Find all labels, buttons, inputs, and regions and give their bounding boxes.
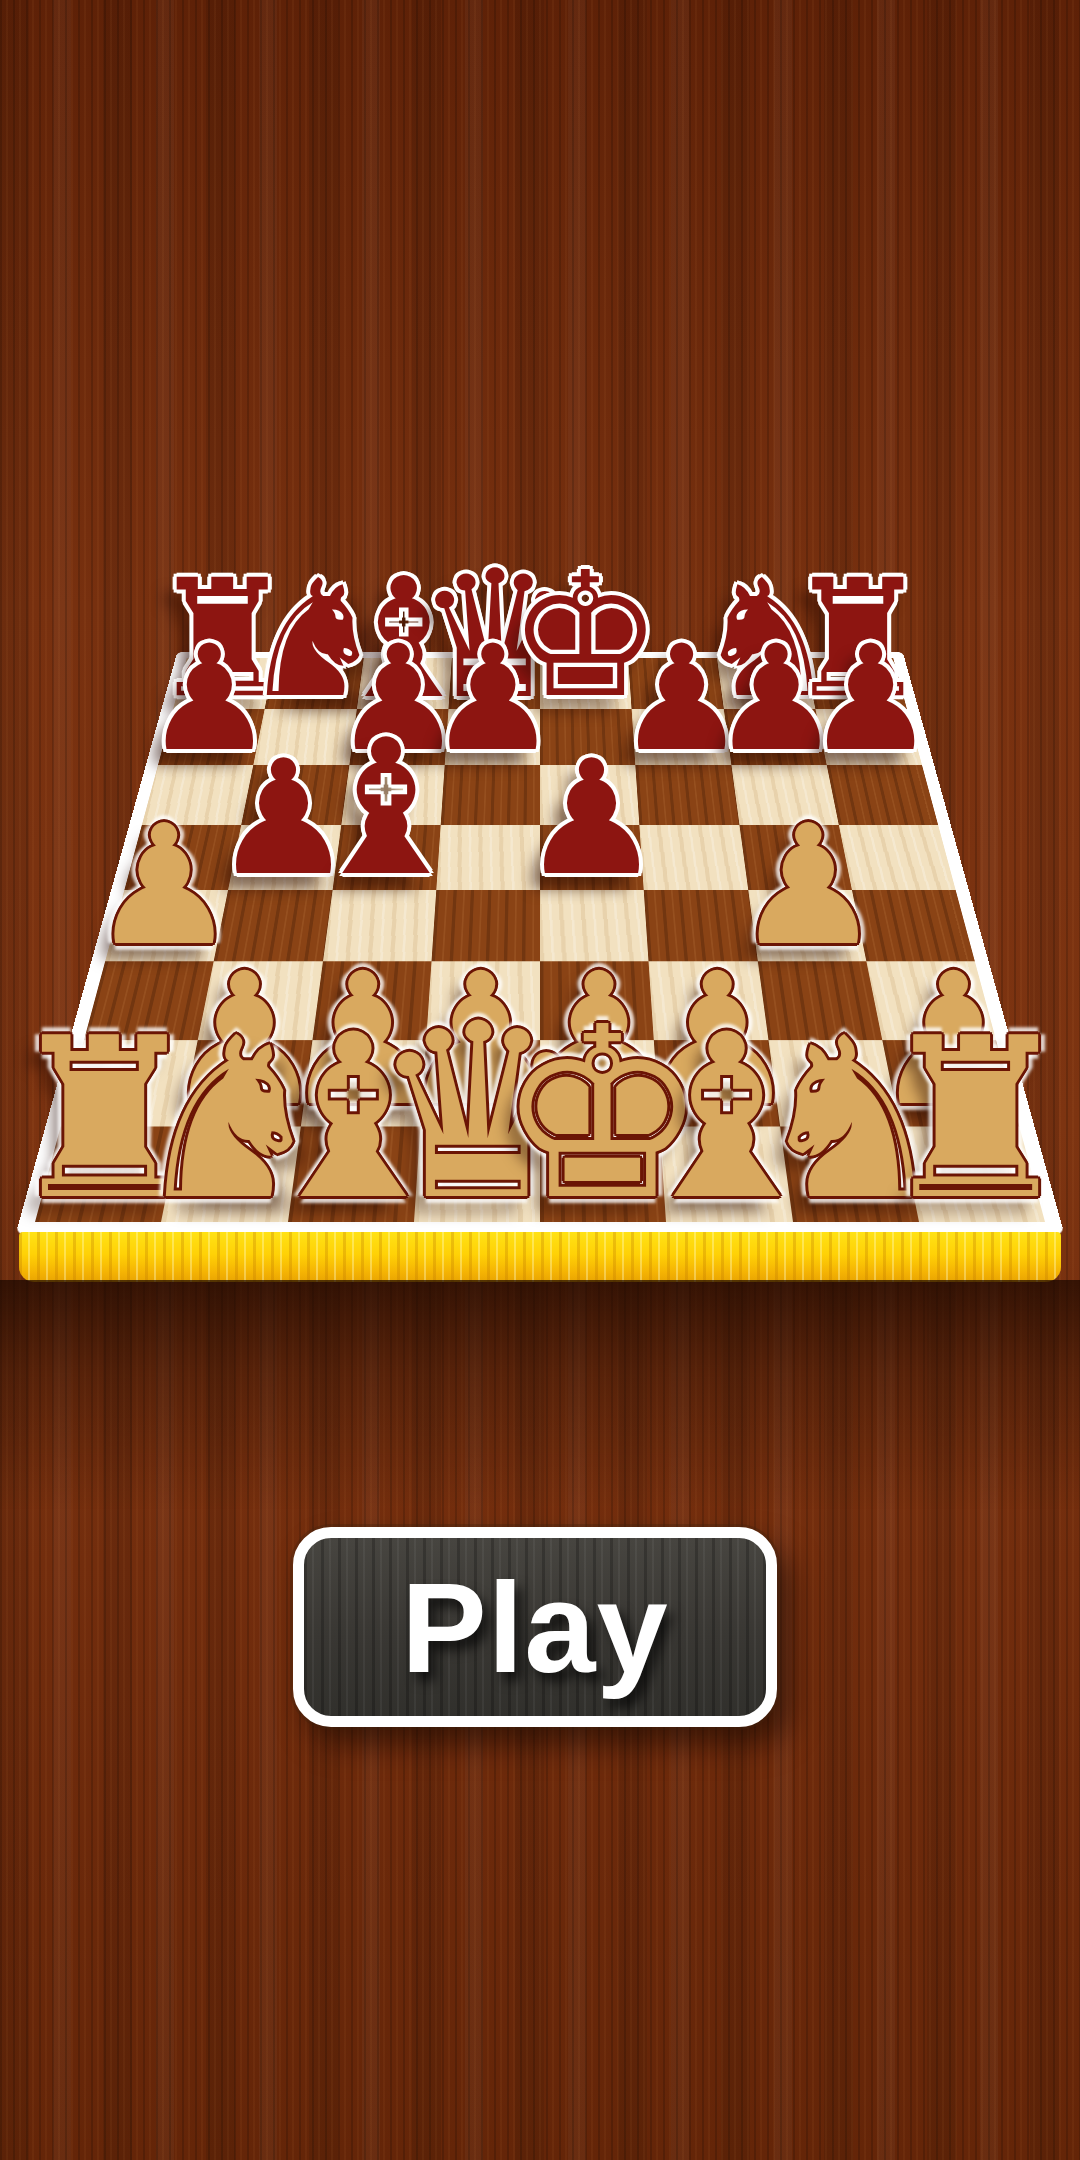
square-b3 bbox=[198, 962, 323, 1040]
square-e7 bbox=[540, 709, 635, 764]
square-h2 bbox=[882, 1040, 1019, 1126]
square-c1 bbox=[288, 1126, 421, 1222]
square-h8 bbox=[805, 658, 907, 709]
square-h1 bbox=[899, 1126, 1045, 1222]
square-a1 bbox=[35, 1126, 181, 1222]
square-f3 bbox=[649, 962, 768, 1040]
square-g1 bbox=[780, 1126, 919, 1222]
square-d1 bbox=[414, 1126, 540, 1222]
square-e6 bbox=[540, 765, 640, 825]
square-b2 bbox=[181, 1040, 312, 1126]
board-front-edge bbox=[19, 1232, 1061, 1282]
square-g4 bbox=[748, 890, 866, 961]
square-b6 bbox=[241, 765, 349, 825]
square-d4 bbox=[431, 890, 540, 961]
square-a7 bbox=[158, 709, 265, 764]
square-c7 bbox=[349, 709, 448, 764]
square-g8 bbox=[717, 658, 816, 709]
square-b4 bbox=[214, 890, 332, 961]
square-g3 bbox=[757, 962, 882, 1040]
square-d5 bbox=[436, 825, 540, 890]
square-h4 bbox=[852, 890, 975, 961]
square-a3 bbox=[84, 962, 214, 1040]
square-f5 bbox=[640, 825, 748, 890]
square-e2 bbox=[540, 1040, 660, 1126]
play-button-label: Play bbox=[401, 1554, 668, 1701]
square-b8 bbox=[265, 658, 364, 709]
square-b5 bbox=[228, 825, 341, 890]
square-c3 bbox=[312, 962, 431, 1040]
square-c6 bbox=[341, 765, 445, 825]
chessboard-3d bbox=[35, 658, 1045, 1222]
square-c8 bbox=[357, 658, 452, 709]
square-a6 bbox=[142, 765, 254, 825]
square-c5 bbox=[332, 825, 440, 890]
square-g6 bbox=[731, 765, 839, 825]
square-h5 bbox=[839, 825, 956, 890]
square-f8 bbox=[628, 658, 723, 709]
square-h3 bbox=[866, 962, 996, 1040]
play-button[interactable]: Play bbox=[293, 1527, 777, 1727]
square-h7 bbox=[815, 709, 922, 764]
square-c2 bbox=[300, 1040, 426, 1126]
board-shadow bbox=[0, 1280, 1080, 1510]
square-h6 bbox=[826, 765, 938, 825]
square-e8 bbox=[540, 658, 632, 709]
square-b7 bbox=[254, 709, 357, 764]
square-e1 bbox=[540, 1126, 666, 1222]
square-e5 bbox=[540, 825, 644, 890]
square-d7 bbox=[445, 709, 540, 764]
square-c4 bbox=[323, 890, 437, 961]
square-f1 bbox=[660, 1126, 793, 1222]
square-f4 bbox=[644, 890, 758, 961]
square-e4 bbox=[540, 890, 649, 961]
square-d8 bbox=[448, 658, 540, 709]
square-a2 bbox=[61, 1040, 198, 1126]
square-f2 bbox=[654, 1040, 780, 1126]
square-f6 bbox=[635, 765, 739, 825]
square-d6 bbox=[440, 765, 540, 825]
square-g5 bbox=[739, 825, 852, 890]
square-d2 bbox=[420, 1040, 540, 1126]
square-e3 bbox=[540, 962, 654, 1040]
square-g2 bbox=[768, 1040, 899, 1126]
square-a5 bbox=[124, 825, 241, 890]
board-squares bbox=[35, 658, 1045, 1222]
square-a4 bbox=[105, 890, 228, 961]
square-a8 bbox=[173, 658, 275, 709]
square-d3 bbox=[426, 962, 540, 1040]
square-f7 bbox=[632, 709, 731, 764]
square-g7 bbox=[723, 709, 826, 764]
square-b1 bbox=[161, 1126, 300, 1222]
